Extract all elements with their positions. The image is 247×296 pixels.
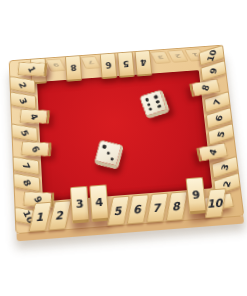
die-right[interactable] [138,89,170,120]
tile-west-6[interactable]: 6 [21,141,52,157]
tile-number: 7 [20,161,32,170]
tile-number: 6 [133,202,143,216]
tile-number: 1 [26,65,37,74]
tile-west-7[interactable]: 7 [12,156,39,175]
tile-number: 6 [105,60,112,70]
tile-number: 7 [86,60,94,65]
tile-north-9[interactable]: 9 [45,59,66,72]
tile-west-8[interactable]: 8 [13,173,40,192]
tile-number: 3 [219,163,230,171]
tile-number: 5 [113,204,123,218]
tile-number: 8 [200,83,211,91]
tile-number: 8 [70,63,77,73]
die-pip [144,97,148,101]
tile-number: 3 [75,197,84,211]
tile-number: 9 [191,188,200,202]
tile-number: 10 [207,196,225,211]
tile-north-5[interactable]: 5 [117,51,135,78]
tile-number: 6 [214,114,225,122]
tile-number: 6 [29,144,41,154]
tile-south-2[interactable]: 2 [48,200,72,230]
die-pip [106,151,110,155]
tile-number: 10 [205,49,218,62]
tile-number: 4 [140,58,147,67]
tile-west-3[interactable]: 3 [10,91,37,109]
shut-the-box-board: 12345678910 12345678910 12345678910 1234… [9,45,245,234]
die-pip [146,102,150,106]
tile-west-1[interactable]: 1 [17,62,47,77]
tile-north-4[interactable]: 4 [134,50,152,76]
tile-south-10[interactable]: 10 [205,188,227,218]
tile-south-3[interactable]: 3 [70,186,90,224]
die-left[interactable] [93,140,124,170]
tile-number: 9 [208,67,219,75]
tile-north-8[interactable]: 8 [65,55,82,82]
tile-number: 9 [51,62,59,67]
tile-number: 2 [221,180,232,188]
tile-number: 4 [95,195,104,209]
tile-north-6[interactable]: 6 [100,52,118,79]
tile-number: 8 [21,178,33,187]
die-pip [157,104,161,108]
tile-number: 7 [152,201,162,215]
tile-number: 1 [35,210,46,224]
die-pip [102,145,106,149]
tile-number: 8 [172,199,182,213]
tile-number: 5 [19,128,31,137]
tile-west-5[interactable]: 5 [11,123,38,142]
tile-number: 3 [156,55,165,60]
tile-number: 2 [173,54,182,59]
tile-south-8[interactable]: 8 [166,191,188,221]
tile-number: 7 [212,98,223,106]
tile-number: 2 [55,208,66,222]
tile-number: 5 [215,130,226,138]
tile-south-4[interactable]: 4 [89,184,109,222]
tile-number: 4 [28,112,40,121]
tile-number: 2 [17,81,29,89]
product-photo: 12345678910 12345678910 12345678910 1234… [0,0,247,296]
die-pip [110,157,114,161]
tile-north-7[interactable]: 7 [80,56,101,69]
tile-number: 5 [122,59,129,69]
die-pip [155,99,159,103]
tile-west-4[interactable]: 4 [19,109,50,124]
die-pip [148,107,152,111]
die-pip [153,95,157,99]
tile-number: 4 [207,148,218,157]
tile-number: 3 [17,96,29,105]
